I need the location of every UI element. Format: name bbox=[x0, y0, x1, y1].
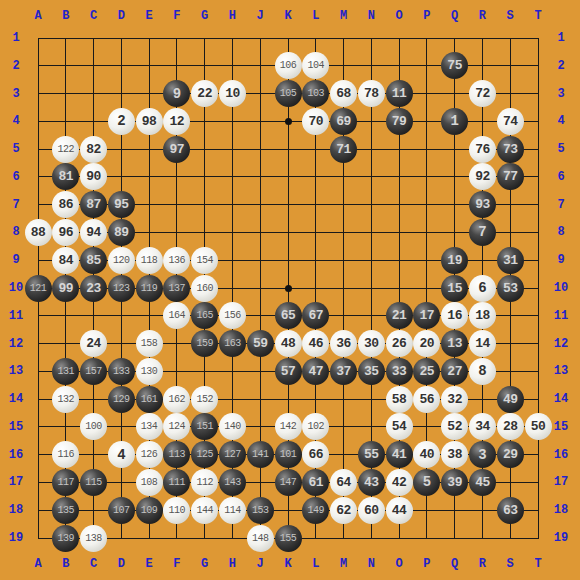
col-label-top-C: C bbox=[81, 9, 107, 23]
stone-R11[interactable]: 18 bbox=[469, 302, 496, 329]
stone-N17[interactable]: 43 bbox=[358, 469, 385, 496]
stone-H18[interactable]: 114 bbox=[219, 497, 246, 524]
move-number: 103 bbox=[308, 88, 325, 99]
stone-F17[interactable]: 111 bbox=[163, 469, 190, 496]
move-number: 118 bbox=[141, 255, 158, 266]
stone-R16[interactable]: 3 bbox=[469, 441, 496, 468]
row-label-right-17: 17 bbox=[548, 475, 574, 489]
col-label-bottom-P: P bbox=[414, 557, 440, 571]
move-number: 20 bbox=[420, 336, 435, 351]
stone-H15[interactable]: 140 bbox=[219, 413, 246, 440]
stone-B9[interactable]: 84 bbox=[52, 247, 79, 274]
move-number: 135 bbox=[58, 505, 75, 516]
stone-E16[interactable]: 126 bbox=[136, 441, 163, 468]
stone-N12[interactable]: 30 bbox=[358, 330, 385, 357]
stone-M3[interactable]: 68 bbox=[330, 80, 357, 107]
stone-J16[interactable]: 141 bbox=[247, 441, 274, 468]
move-number: 10 bbox=[225, 86, 240, 101]
stone-O3[interactable]: 11 bbox=[386, 80, 413, 107]
stone-G14[interactable]: 152 bbox=[191, 386, 218, 413]
col-label-top-T: T bbox=[525, 9, 551, 23]
row-label-right-6: 6 bbox=[548, 170, 574, 184]
stone-E17[interactable]: 108 bbox=[136, 469, 163, 496]
stone-O14[interactable]: 58 bbox=[386, 386, 413, 413]
row-label-left-12: 12 bbox=[3, 337, 29, 351]
stone-Q12[interactable]: 13 bbox=[441, 330, 468, 357]
move-number: 19 bbox=[447, 253, 462, 268]
stone-F11[interactable]: 164 bbox=[163, 302, 190, 329]
move-number: 76 bbox=[475, 142, 490, 157]
stone-E13[interactable]: 130 bbox=[136, 358, 163, 385]
stone-M12[interactable]: 36 bbox=[330, 330, 357, 357]
stone-C19[interactable]: 138 bbox=[80, 525, 107, 552]
stone-M13[interactable]: 37 bbox=[330, 358, 357, 385]
move-number: 140 bbox=[224, 421, 241, 432]
stone-K3[interactable]: 105 bbox=[275, 80, 302, 107]
stone-D9[interactable]: 120 bbox=[108, 247, 135, 274]
stone-Q15[interactable]: 52 bbox=[441, 413, 468, 440]
stone-L4[interactable]: 70 bbox=[302, 108, 329, 135]
stone-C13[interactable]: 157 bbox=[80, 358, 107, 385]
stone-Q17[interactable]: 39 bbox=[441, 469, 468, 496]
stone-D4[interactable]: 2 bbox=[108, 108, 135, 135]
move-number: 78 bbox=[364, 86, 379, 101]
stone-K17[interactable]: 147 bbox=[275, 469, 302, 496]
move-number: 30 bbox=[364, 336, 379, 351]
stone-F16[interactable]: 113 bbox=[163, 441, 190, 468]
row-label-right-7: 7 bbox=[548, 198, 574, 212]
stone-O4[interactable]: 79 bbox=[386, 108, 413, 135]
stone-C15[interactable]: 100 bbox=[80, 413, 107, 440]
row-label-left-2: 2 bbox=[3, 59, 29, 73]
stone-O17[interactable]: 42 bbox=[386, 469, 413, 496]
move-number: 151 bbox=[196, 421, 213, 432]
move-number: 13 bbox=[447, 336, 462, 351]
stone-M17[interactable]: 64 bbox=[330, 469, 357, 496]
move-number: 110 bbox=[169, 505, 186, 516]
stone-R15[interactable]: 34 bbox=[469, 413, 496, 440]
stone-R13[interactable]: 8 bbox=[469, 358, 496, 385]
move-number: 137 bbox=[169, 283, 186, 294]
stone-E12[interactable]: 158 bbox=[136, 330, 163, 357]
stone-D8[interactable]: 89 bbox=[108, 219, 135, 246]
move-number: 165 bbox=[196, 310, 213, 321]
col-label-top-M: M bbox=[331, 9, 357, 23]
move-number: 136 bbox=[169, 255, 186, 266]
col-label-bottom-L: L bbox=[303, 557, 329, 571]
move-number: 62 bbox=[336, 503, 351, 518]
stone-F14[interactable]: 162 bbox=[163, 386, 190, 413]
move-number: 95 bbox=[114, 197, 129, 212]
stone-O18[interactable]: 44 bbox=[386, 497, 413, 524]
stone-S6[interactable]: 77 bbox=[497, 163, 524, 190]
stone-R3[interactable]: 72 bbox=[469, 80, 496, 107]
move-number: 28 bbox=[503, 419, 518, 434]
row-label-right-19: 19 bbox=[548, 531, 574, 545]
stone-K12[interactable]: 48 bbox=[275, 330, 302, 357]
stone-F5[interactable]: 97 bbox=[163, 136, 190, 163]
row-label-right-5: 5 bbox=[548, 142, 574, 156]
move-number: 65 bbox=[281, 308, 296, 323]
col-label-top-G: G bbox=[192, 9, 218, 23]
move-number: 6 bbox=[478, 280, 486, 296]
move-number: 1 bbox=[450, 113, 458, 129]
move-number: 163 bbox=[224, 338, 241, 349]
col-label-bottom-G: G bbox=[192, 557, 218, 571]
stone-O12[interactable]: 26 bbox=[386, 330, 413, 357]
stone-G18[interactable]: 144 bbox=[191, 497, 218, 524]
move-number: 123 bbox=[113, 283, 130, 294]
move-number: 59 bbox=[253, 336, 268, 351]
move-number: 47 bbox=[308, 364, 323, 379]
move-number: 107 bbox=[113, 505, 130, 516]
row-label-right-4: 4 bbox=[548, 114, 574, 128]
move-number: 45 bbox=[475, 475, 490, 490]
stone-P17[interactable]: 5 bbox=[413, 469, 440, 496]
col-label-bottom-F: F bbox=[164, 557, 190, 571]
move-number: 153 bbox=[252, 505, 269, 516]
move-number: 122 bbox=[58, 144, 75, 155]
col-label-bottom-T: T bbox=[525, 557, 551, 571]
move-number: 84 bbox=[58, 253, 73, 268]
stone-R7[interactable]: 93 bbox=[469, 191, 496, 218]
stone-O11[interactable]: 21 bbox=[386, 302, 413, 329]
stone-B5[interactable]: 122 bbox=[52, 136, 79, 163]
row-label-left-15: 15 bbox=[3, 420, 29, 434]
move-number: 32 bbox=[447, 392, 462, 407]
move-number: 119 bbox=[141, 283, 158, 294]
move-number: 141 bbox=[252, 449, 269, 460]
move-number: 116 bbox=[58, 449, 75, 460]
move-number: 15 bbox=[447, 281, 462, 296]
stone-C5[interactable]: 82 bbox=[80, 136, 107, 163]
move-number: 86 bbox=[58, 197, 73, 212]
stone-L17[interactable]: 61 bbox=[302, 469, 329, 496]
stone-R10[interactable]: 6 bbox=[469, 275, 496, 302]
col-label-top-Q: Q bbox=[442, 9, 468, 23]
stone-D16[interactable]: 4 bbox=[108, 441, 135, 468]
stone-G3[interactable]: 22 bbox=[191, 80, 218, 107]
star-point-K4 bbox=[285, 118, 292, 125]
stone-L2[interactable]: 104 bbox=[302, 52, 329, 79]
stone-B19[interactable]: 139 bbox=[52, 525, 79, 552]
stone-S15[interactable]: 28 bbox=[497, 413, 524, 440]
stone-S5[interactable]: 73 bbox=[497, 136, 524, 163]
move-number: 72 bbox=[475, 86, 490, 101]
row-label-left-4: 4 bbox=[3, 114, 29, 128]
stone-B16[interactable]: 116 bbox=[52, 441, 79, 468]
move-number: 68 bbox=[336, 86, 351, 101]
stone-R8[interactable]: 7 bbox=[469, 219, 496, 246]
stone-N18[interactable]: 60 bbox=[358, 497, 385, 524]
move-number: 105 bbox=[280, 88, 297, 99]
row-label-right-15: 15 bbox=[548, 420, 574, 434]
stone-B7[interactable]: 86 bbox=[52, 191, 79, 218]
stone-D18[interactable]: 107 bbox=[108, 497, 135, 524]
stone-O13[interactable]: 33 bbox=[386, 358, 413, 385]
move-number: 124 bbox=[169, 421, 186, 432]
stone-C6[interactable]: 90 bbox=[80, 163, 107, 190]
stone-Q11[interactable]: 16 bbox=[441, 302, 468, 329]
move-number: 94 bbox=[86, 225, 101, 240]
stone-G16[interactable]: 125 bbox=[191, 441, 218, 468]
stone-F9[interactable]: 136 bbox=[163, 247, 190, 274]
move-number: 54 bbox=[392, 419, 407, 434]
move-number: 139 bbox=[58, 533, 75, 544]
stone-D14[interactable]: 129 bbox=[108, 386, 135, 413]
stone-L13[interactable]: 47 bbox=[302, 358, 329, 385]
move-number: 61 bbox=[308, 475, 323, 490]
move-number: 130 bbox=[141, 366, 158, 377]
move-number: 64 bbox=[336, 475, 351, 490]
move-number: 92 bbox=[475, 169, 490, 184]
col-label-top-B: B bbox=[53, 9, 79, 23]
stone-N13[interactable]: 35 bbox=[358, 358, 385, 385]
stone-P14[interactable]: 56 bbox=[413, 386, 440, 413]
grid-line-vertical bbox=[538, 38, 539, 539]
move-number: 39 bbox=[447, 475, 462, 490]
move-number: 48 bbox=[281, 336, 296, 351]
stone-G9[interactable]: 154 bbox=[191, 247, 218, 274]
stone-M18[interactable]: 62 bbox=[330, 497, 357, 524]
move-number: 148 bbox=[252, 533, 269, 544]
stone-S16[interactable]: 29 bbox=[497, 441, 524, 468]
stone-H16[interactable]: 127 bbox=[219, 441, 246, 468]
move-number: 3 bbox=[478, 447, 486, 463]
stone-F15[interactable]: 124 bbox=[163, 413, 190, 440]
stone-S18[interactable]: 63 bbox=[497, 497, 524, 524]
col-label-top-A: A bbox=[25, 9, 51, 23]
stone-M5[interactable]: 71 bbox=[330, 136, 357, 163]
col-label-bottom-M: M bbox=[331, 557, 357, 571]
move-number: 75 bbox=[447, 58, 462, 73]
row-label-right-1: 1 bbox=[548, 31, 574, 45]
stone-A10[interactable]: 121 bbox=[25, 275, 52, 302]
stone-K15[interactable]: 142 bbox=[275, 413, 302, 440]
move-number: 4 bbox=[117, 447, 125, 463]
stone-E18[interactable]: 109 bbox=[136, 497, 163, 524]
move-number: 2 bbox=[117, 113, 125, 129]
stone-L12[interactable]: 46 bbox=[302, 330, 329, 357]
stone-R17[interactable]: 45 bbox=[469, 469, 496, 496]
stone-F18[interactable]: 110 bbox=[163, 497, 190, 524]
stone-H3[interactable]: 10 bbox=[219, 80, 246, 107]
move-number: 63 bbox=[503, 503, 518, 518]
stone-Q10[interactable]: 15 bbox=[441, 275, 468, 302]
row-label-right-18: 18 bbox=[548, 503, 574, 517]
stone-L18[interactable]: 149 bbox=[302, 497, 329, 524]
col-label-bottom-K: K bbox=[275, 557, 301, 571]
move-number: 147 bbox=[280, 477, 297, 488]
stone-F4[interactable]: 12 bbox=[163, 108, 190, 135]
stone-F10[interactable]: 137 bbox=[163, 275, 190, 302]
stone-G17[interactable]: 112 bbox=[191, 469, 218, 496]
stone-F3[interactable]: 9 bbox=[163, 80, 190, 107]
move-number: 131 bbox=[58, 366, 75, 377]
col-label-bottom-J: J bbox=[247, 557, 273, 571]
stone-O15[interactable]: 54 bbox=[386, 413, 413, 440]
stone-B13[interactable]: 131 bbox=[52, 358, 79, 385]
stone-Q13[interactable]: 27 bbox=[441, 358, 468, 385]
move-number: 33 bbox=[392, 364, 407, 379]
stone-P12[interactable]: 20 bbox=[413, 330, 440, 357]
move-number: 89 bbox=[114, 225, 129, 240]
stone-N16[interactable]: 55 bbox=[358, 441, 385, 468]
move-number: 161 bbox=[141, 394, 158, 405]
move-number: 16 bbox=[447, 308, 462, 323]
stone-N3[interactable]: 78 bbox=[358, 80, 385, 107]
stone-B10[interactable]: 99 bbox=[52, 275, 79, 302]
stone-B14[interactable]: 132 bbox=[52, 386, 79, 413]
stone-R5[interactable]: 76 bbox=[469, 136, 496, 163]
stone-J19[interactable]: 148 bbox=[247, 525, 274, 552]
stone-G15[interactable]: 151 bbox=[191, 413, 218, 440]
stone-K19[interactable]: 155 bbox=[275, 525, 302, 552]
col-label-bottom-E: E bbox=[136, 557, 162, 571]
stone-S9[interactable]: 31 bbox=[497, 247, 524, 274]
stone-B17[interactable]: 117 bbox=[52, 469, 79, 496]
row-label-left-1: 1 bbox=[3, 31, 29, 45]
move-number: 149 bbox=[308, 505, 325, 516]
stone-L3[interactable]: 103 bbox=[302, 80, 329, 107]
stone-C17[interactable]: 115 bbox=[80, 469, 107, 496]
row-label-left-16: 16 bbox=[3, 448, 29, 462]
row-label-right-16: 16 bbox=[548, 448, 574, 462]
stone-R6[interactable]: 92 bbox=[469, 163, 496, 190]
col-label-bottom-S: S bbox=[497, 557, 523, 571]
stone-C10[interactable]: 23 bbox=[80, 275, 107, 302]
move-number: 164 bbox=[169, 310, 186, 321]
move-number: 70 bbox=[308, 114, 323, 129]
stone-P16[interactable]: 40 bbox=[413, 441, 440, 468]
stone-D7[interactable]: 95 bbox=[108, 191, 135, 218]
col-label-top-J: J bbox=[247, 9, 273, 23]
move-number: 43 bbox=[364, 475, 379, 490]
stone-R12[interactable]: 14 bbox=[469, 330, 496, 357]
stone-M4[interactable]: 69 bbox=[330, 108, 357, 135]
row-label-left-6: 6 bbox=[3, 170, 29, 184]
move-number: 5 bbox=[423, 474, 431, 490]
stone-B18[interactable]: 135 bbox=[52, 497, 79, 524]
row-label-right-14: 14 bbox=[548, 392, 574, 406]
stone-A8[interactable]: 88 bbox=[25, 219, 52, 246]
row-label-right-3: 3 bbox=[548, 87, 574, 101]
col-label-top-E: E bbox=[136, 9, 162, 23]
stone-S4[interactable]: 74 bbox=[497, 108, 524, 135]
col-label-top-N: N bbox=[358, 9, 384, 23]
move-number: 132 bbox=[58, 394, 75, 405]
move-number: 74 bbox=[503, 114, 518, 129]
stone-Q14[interactable]: 32 bbox=[441, 386, 468, 413]
stone-Q9[interactable]: 19 bbox=[441, 247, 468, 274]
stone-B6[interactable]: 81 bbox=[52, 163, 79, 190]
stone-L11[interactable]: 67 bbox=[302, 302, 329, 329]
stone-H12[interactable]: 163 bbox=[219, 330, 246, 357]
stone-S10[interactable]: 53 bbox=[497, 275, 524, 302]
stone-K16[interactable]: 101 bbox=[275, 441, 302, 468]
stone-L15[interactable]: 102 bbox=[302, 413, 329, 440]
move-number: 81 bbox=[58, 169, 73, 184]
stone-G12[interactable]: 159 bbox=[191, 330, 218, 357]
stone-C8[interactable]: 94 bbox=[80, 219, 107, 246]
move-number: 7 bbox=[478, 224, 486, 240]
stone-B8[interactable]: 96 bbox=[52, 219, 79, 246]
stone-K13[interactable]: 57 bbox=[275, 358, 302, 385]
stone-Q4[interactable]: 1 bbox=[441, 108, 468, 135]
stone-T15[interactable]: 50 bbox=[525, 413, 552, 440]
stone-P13[interactable]: 25 bbox=[413, 358, 440, 385]
stone-D13[interactable]: 133 bbox=[108, 358, 135, 385]
move-number: 112 bbox=[196, 477, 213, 488]
stone-O16[interactable]: 41 bbox=[386, 441, 413, 468]
move-number: 73 bbox=[503, 142, 518, 157]
row-label-left-3: 3 bbox=[3, 87, 29, 101]
move-number: 57 bbox=[281, 364, 296, 379]
stone-Q2[interactable]: 75 bbox=[441, 52, 468, 79]
stone-J18[interactable]: 153 bbox=[247, 497, 274, 524]
move-number: 90 bbox=[86, 169, 101, 184]
move-number: 129 bbox=[113, 394, 130, 405]
move-number: 41 bbox=[392, 447, 407, 462]
move-number: 14 bbox=[475, 336, 490, 351]
move-number: 12 bbox=[170, 114, 185, 129]
stone-E10[interactable]: 119 bbox=[136, 275, 163, 302]
move-number: 52 bbox=[447, 419, 462, 434]
stone-D10[interactable]: 123 bbox=[108, 275, 135, 302]
stone-E9[interactable]: 118 bbox=[136, 247, 163, 274]
go-board[interactable]: AABBCCDDEEFFGGHHJJKKLLMMNNOOPPQQRRSSTT11… bbox=[0, 0, 580, 580]
stone-G10[interactable]: 160 bbox=[191, 275, 218, 302]
move-number: 156 bbox=[224, 310, 241, 321]
move-number: 126 bbox=[141, 449, 158, 460]
stone-C7[interactable]: 87 bbox=[80, 191, 107, 218]
col-label-top-L: L bbox=[303, 9, 329, 23]
move-number: 53 bbox=[503, 281, 518, 296]
stone-Q16[interactable]: 38 bbox=[441, 441, 468, 468]
move-number: 44 bbox=[392, 503, 407, 518]
move-number: 102 bbox=[308, 421, 325, 432]
move-number: 100 bbox=[85, 421, 102, 432]
stone-J12[interactable]: 59 bbox=[247, 330, 274, 357]
stone-G11[interactable]: 165 bbox=[191, 302, 218, 329]
col-label-bottom-Q: Q bbox=[442, 557, 468, 571]
move-number: 127 bbox=[224, 449, 241, 460]
col-label-bottom-B: B bbox=[53, 557, 79, 571]
stone-E4[interactable]: 98 bbox=[136, 108, 163, 135]
row-label-left-5: 5 bbox=[3, 142, 29, 156]
stone-K2[interactable]: 106 bbox=[275, 52, 302, 79]
row-label-left-17: 17 bbox=[3, 475, 29, 489]
stone-L16[interactable]: 66 bbox=[302, 441, 329, 468]
move-number: 26 bbox=[392, 336, 407, 351]
row-label-left-11: 11 bbox=[3, 309, 29, 323]
stone-S14[interactable]: 49 bbox=[497, 386, 524, 413]
stone-P11[interactable]: 17 bbox=[413, 302, 440, 329]
move-number: 85 bbox=[86, 253, 101, 268]
stone-H17[interactable]: 143 bbox=[219, 469, 246, 496]
stone-E15[interactable]: 134 bbox=[136, 413, 163, 440]
move-number: 36 bbox=[336, 336, 351, 351]
stone-E14[interactable]: 161 bbox=[136, 386, 163, 413]
move-number: 96 bbox=[58, 225, 73, 240]
stone-C9[interactable]: 85 bbox=[80, 247, 107, 274]
row-label-left-19: 19 bbox=[3, 531, 29, 545]
stone-K11[interactable]: 65 bbox=[275, 302, 302, 329]
stone-H11[interactable]: 156 bbox=[219, 302, 246, 329]
move-number: 152 bbox=[196, 394, 213, 405]
star-point-K10 bbox=[285, 285, 292, 292]
stone-C12[interactable]: 24 bbox=[80, 330, 107, 357]
